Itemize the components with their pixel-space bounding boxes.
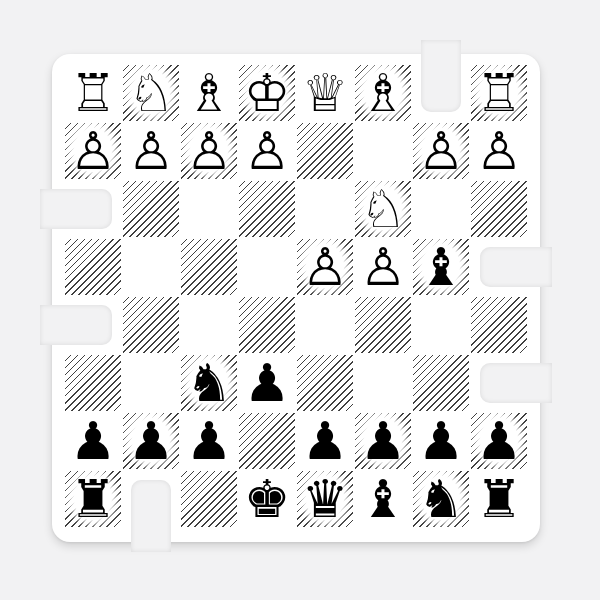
white-queen-icon: ♕ — [296, 64, 354, 122]
white-knight-icon: ♘ — [122, 64, 180, 122]
white-rook-icon: ♖ — [64, 64, 122, 122]
black-pawn-icon: ♟ — [122, 412, 180, 470]
square-g5 — [122, 296, 180, 354]
square-f5 — [180, 296, 238, 354]
square-f2: ♙ — [180, 122, 238, 180]
square-b4: ♝ — [412, 238, 470, 296]
square-f3 — [180, 180, 238, 238]
square-a8: ♜ — [470, 470, 528, 528]
square-h1: ♖ — [64, 64, 122, 122]
square-g2: ♙ — [122, 122, 180, 180]
square-e5 — [238, 296, 296, 354]
black-pawn-icon: ♟ — [180, 412, 238, 470]
square-a7: ♟ — [470, 412, 528, 470]
square-f6: ♞ — [180, 354, 238, 412]
square-a3 — [470, 180, 528, 238]
square-h8: ♜ — [64, 470, 122, 528]
black-pawn-icon: ♟ — [64, 412, 122, 470]
sticker-notch-h3 — [40, 189, 112, 229]
square-d7: ♟ — [296, 412, 354, 470]
square-e3 — [238, 180, 296, 238]
sticker-notch-b1 — [421, 40, 461, 112]
square-f7: ♟ — [180, 412, 238, 470]
square-c8: ♝ — [354, 470, 412, 528]
square-a2: ♙ — [470, 122, 528, 180]
square-b2: ♙ — [412, 122, 470, 180]
white-bishop-icon: ♗ — [180, 64, 238, 122]
black-knight-icon: ♞ — [180, 354, 238, 412]
sticker-notch-a6 — [480, 363, 552, 403]
square-e4 — [238, 238, 296, 296]
square-a5 — [470, 296, 528, 354]
square-c4: ♙ — [354, 238, 412, 296]
square-e2: ♙ — [238, 122, 296, 180]
black-pawn-icon: ♟ — [412, 412, 470, 470]
square-f4 — [180, 238, 238, 296]
square-d6 — [296, 354, 354, 412]
square-h4 — [64, 238, 122, 296]
square-g3 — [122, 180, 180, 238]
chess-board: ♖♘♗♔♕♗♖♙♙♙♙♙♙♘♙♙♝♞♟♟♟♟♟♟♟♟♜♚♛♝♞♜ — [64, 64, 528, 528]
square-b7: ♟ — [412, 412, 470, 470]
square-f8 — [180, 470, 238, 528]
white-pawn-icon: ♙ — [180, 122, 238, 180]
black-pawn-icon: ♟ — [470, 412, 528, 470]
square-b8: ♞ — [412, 470, 470, 528]
square-d2 — [296, 122, 354, 180]
black-rook-icon: ♜ — [470, 470, 528, 528]
square-e1: ♔ — [238, 64, 296, 122]
square-b5 — [412, 296, 470, 354]
square-d3 — [296, 180, 354, 238]
square-g6 — [122, 354, 180, 412]
square-g1: ♘ — [122, 64, 180, 122]
white-knight-icon: ♘ — [354, 180, 412, 238]
white-pawn-icon: ♙ — [238, 122, 296, 180]
square-e7 — [238, 412, 296, 470]
square-c3: ♘ — [354, 180, 412, 238]
square-c1: ♗ — [354, 64, 412, 122]
white-pawn-icon: ♙ — [412, 122, 470, 180]
black-pawn-icon: ♟ — [238, 354, 296, 412]
square-a1: ♖ — [470, 64, 528, 122]
square-d4: ♙ — [296, 238, 354, 296]
square-e6: ♟ — [238, 354, 296, 412]
square-b3 — [412, 180, 470, 238]
square-f1: ♗ — [180, 64, 238, 122]
white-pawn-icon: ♙ — [354, 238, 412, 296]
square-h2: ♙ — [64, 122, 122, 180]
sticker-notch-g8 — [131, 480, 171, 552]
black-rook-icon: ♜ — [64, 470, 122, 528]
black-pawn-icon: ♟ — [354, 412, 412, 470]
square-h7: ♟ — [64, 412, 122, 470]
square-b6 — [412, 354, 470, 412]
square-c6 — [354, 354, 412, 412]
square-c5 — [354, 296, 412, 354]
square-g7: ♟ — [122, 412, 180, 470]
black-pawn-icon: ♟ — [296, 412, 354, 470]
black-king-icon: ♚ — [238, 470, 296, 528]
white-pawn-icon: ♙ — [470, 122, 528, 180]
white-pawn-icon: ♙ — [122, 122, 180, 180]
white-king-icon: ♔ — [238, 64, 296, 122]
white-pawn-icon: ♙ — [296, 238, 354, 296]
square-d1: ♕ — [296, 64, 354, 122]
square-e8: ♚ — [238, 470, 296, 528]
sticker-notch-a4 — [480, 247, 552, 287]
white-pawn-icon: ♙ — [64, 122, 122, 180]
square-c2 — [354, 122, 412, 180]
white-bishop-icon: ♗ — [354, 64, 412, 122]
sticker-notch-h5 — [40, 305, 112, 345]
black-knight-icon: ♞ — [412, 470, 470, 528]
product-background: ♖♘♗♔♕♗♖♙♙♙♙♙♙♘♙♙♝♞♟♟♟♟♟♟♟♟♜♚♛♝♞♜ — [0, 0, 600, 600]
square-c7: ♟ — [354, 412, 412, 470]
white-rook-icon: ♖ — [470, 64, 528, 122]
square-h6 — [64, 354, 122, 412]
black-bishop-icon: ♝ — [354, 470, 412, 528]
black-bishop-icon: ♝ — [412, 238, 470, 296]
square-g4 — [122, 238, 180, 296]
square-d5 — [296, 296, 354, 354]
chess-diagram-sticker: ♖♘♗♔♕♗♖♙♙♙♙♙♙♘♙♙♝♞♟♟♟♟♟♟♟♟♜♚♛♝♞♜ — [52, 54, 540, 542]
square-d8: ♛ — [296, 470, 354, 528]
black-queen-icon: ♛ — [296, 470, 354, 528]
